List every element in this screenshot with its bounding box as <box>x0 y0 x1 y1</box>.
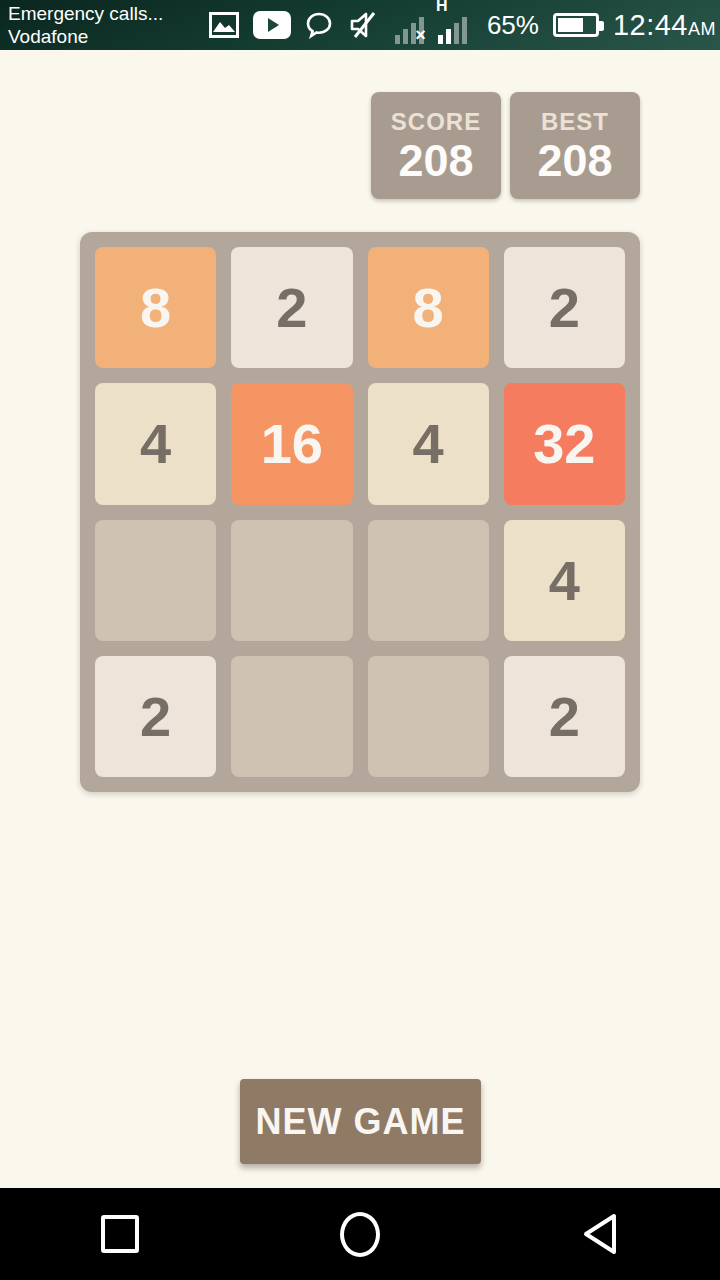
tile-2: 2 <box>231 247 352 368</box>
status-icons: × H 65% 12:44AM <box>209 0 716 50</box>
board-cell-empty <box>368 520 489 641</box>
tile-2: 2 <box>504 656 625 777</box>
board-cell-empty <box>95 520 216 641</box>
board-grid: 8282416432422 <box>95 247 625 777</box>
home-button[interactable] <box>280 1212 440 1257</box>
gallery-icon <box>209 12 239 38</box>
tile-4: 4 <box>504 520 625 641</box>
recents-button[interactable] <box>40 1215 200 1253</box>
clock-ampm: AM <box>688 19 716 39</box>
battery-fill <box>558 18 583 32</box>
board-cell-empty <box>231 520 352 641</box>
youtube-icon <box>253 11 291 39</box>
chat-icon <box>305 11 333 39</box>
board-cell-empty <box>231 656 352 777</box>
scoreboard: SCORE 208 BEST 208 <box>371 92 640 199</box>
back-triangle-icon <box>578 1211 622 1257</box>
score-box: SCORE 208 <box>371 92 501 199</box>
signal-x-glyph: × <box>415 26 426 44</box>
signal-no-service-icon: × <box>395 14 424 44</box>
home-circle-icon <box>340 1212 380 1257</box>
android-nav-bar <box>0 1188 720 1280</box>
clock-time: 12:44 <box>613 9 688 41</box>
tile-2: 2 <box>95 656 216 777</box>
tile-4: 4 <box>95 383 216 504</box>
signal-h-icon: H <box>438 14 467 44</box>
clock-text: 12:44AM <box>613 9 716 42</box>
mute-icon <box>347 9 381 41</box>
tile-4: 4 <box>368 383 489 504</box>
score-label: SCORE <box>391 108 481 136</box>
battery-icon <box>553 13 599 37</box>
new-game-button[interactable]: NEW GAME <box>240 1079 481 1164</box>
status-bar: Emergency calls... Vodafone <box>0 0 720 50</box>
network-type-letter: H <box>436 0 448 14</box>
tile-8: 8 <box>95 247 216 368</box>
tile-16: 16 <box>231 383 352 504</box>
best-box: BEST 208 <box>510 92 640 199</box>
score-value: 208 <box>398 138 473 183</box>
carrier-line1: Emergency calls... <box>8 2 163 25</box>
recents-square-icon <box>101 1215 139 1253</box>
battery-percent-text: 65% <box>487 10 539 41</box>
carrier-text: Emergency calls... Vodafone <box>8 2 163 48</box>
game-board[interactable]: 8282416432422 <box>80 232 640 792</box>
carrier-line2: Vodafone <box>8 25 163 48</box>
tile-8: 8 <box>368 247 489 368</box>
battery-nub <box>599 21 604 31</box>
tile-32: 32 <box>504 383 625 504</box>
best-value: 208 <box>537 138 612 183</box>
board-cell-empty <box>368 656 489 777</box>
back-button[interactable] <box>520 1211 680 1257</box>
tile-2: 2 <box>504 247 625 368</box>
best-label: BEST <box>541 108 609 136</box>
